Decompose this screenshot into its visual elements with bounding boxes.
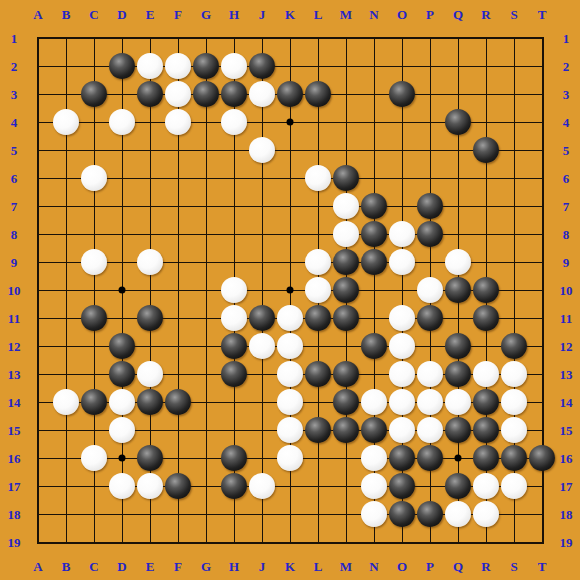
row-label-right-2: 2 xyxy=(563,60,570,73)
black-stone[interactable] xyxy=(221,361,247,387)
white-stone[interactable] xyxy=(137,249,163,275)
black-stone[interactable] xyxy=(277,81,303,107)
column-label-bottom-J: J xyxy=(259,560,266,573)
column-label-top-H: H xyxy=(229,8,239,21)
column-label-bottom-A: A xyxy=(33,560,42,573)
row-label-right-11: 11 xyxy=(560,312,572,325)
black-stone[interactable] xyxy=(473,137,499,163)
column-label-bottom-N: N xyxy=(369,560,378,573)
black-stone[interactable] xyxy=(249,305,275,331)
column-label-bottom-S: S xyxy=(510,560,517,573)
white-stone[interactable] xyxy=(501,361,527,387)
black-stone[interactable] xyxy=(305,81,331,107)
column-label-bottom-D: D xyxy=(117,560,126,573)
black-stone[interactable] xyxy=(361,417,387,443)
white-stone[interactable] xyxy=(277,333,303,359)
row-label-right-19: 19 xyxy=(560,536,573,549)
column-label-bottom-P: P xyxy=(426,560,434,573)
column-label-bottom-B: B xyxy=(62,560,71,573)
star-point xyxy=(119,287,126,294)
black-stone[interactable] xyxy=(473,277,499,303)
row-label-left-5: 5 xyxy=(11,144,18,157)
white-stone[interactable] xyxy=(277,417,303,443)
white-stone[interactable] xyxy=(361,445,387,471)
white-stone[interactable] xyxy=(81,165,107,191)
column-label-bottom-M: M xyxy=(340,560,352,573)
black-stone[interactable] xyxy=(193,81,219,107)
row-label-left-7: 7 xyxy=(11,200,18,213)
row-label-left-18: 18 xyxy=(8,508,21,521)
row-label-right-7: 7 xyxy=(563,200,570,213)
white-stone[interactable] xyxy=(473,501,499,527)
column-label-top-T: T xyxy=(538,8,547,21)
star-point xyxy=(119,455,126,462)
white-stone[interactable] xyxy=(473,473,499,499)
white-stone[interactable] xyxy=(109,417,135,443)
black-stone[interactable] xyxy=(137,445,163,471)
row-label-right-12: 12 xyxy=(560,340,573,353)
black-stone[interactable] xyxy=(137,81,163,107)
row-label-left-17: 17 xyxy=(8,480,21,493)
row-label-left-10: 10 xyxy=(8,284,21,297)
row-label-right-14: 14 xyxy=(560,396,573,409)
row-label-right-5: 5 xyxy=(563,144,570,157)
white-stone[interactable] xyxy=(137,473,163,499)
row-label-right-4: 4 xyxy=(563,116,570,129)
white-stone[interactable] xyxy=(305,165,331,191)
row-label-left-6: 6 xyxy=(11,172,18,185)
column-label-top-L: L xyxy=(314,8,323,21)
black-stone[interactable] xyxy=(333,249,359,275)
black-stone[interactable] xyxy=(389,473,415,499)
white-stone[interactable] xyxy=(389,361,415,387)
black-stone[interactable] xyxy=(333,277,359,303)
column-label-top-G: G xyxy=(201,8,211,21)
row-label-right-1: 1 xyxy=(563,32,570,45)
column-label-top-B: B xyxy=(62,8,71,21)
white-stone[interactable] xyxy=(361,473,387,499)
row-label-right-9: 9 xyxy=(563,256,570,269)
black-stone[interactable] xyxy=(417,445,443,471)
white-stone[interactable] xyxy=(249,81,275,107)
black-stone[interactable] xyxy=(333,165,359,191)
white-stone[interactable] xyxy=(53,389,79,415)
column-label-top-D: D xyxy=(117,8,126,21)
column-label-top-K: K xyxy=(285,8,295,21)
row-label-right-18: 18 xyxy=(560,508,573,521)
star-point xyxy=(455,455,462,462)
row-label-left-3: 3 xyxy=(11,88,18,101)
white-stone[interactable] xyxy=(389,417,415,443)
white-stone[interactable] xyxy=(165,109,191,135)
black-stone[interactable] xyxy=(109,333,135,359)
column-label-bottom-F: F xyxy=(174,560,182,573)
column-label-bottom-O: O xyxy=(397,560,407,573)
column-label-top-C: C xyxy=(89,8,98,21)
white-stone[interactable] xyxy=(305,249,331,275)
white-stone[interactable] xyxy=(249,137,275,163)
white-stone[interactable] xyxy=(165,53,191,79)
column-label-bottom-E: E xyxy=(146,560,155,573)
white-stone[interactable] xyxy=(389,389,415,415)
white-stone[interactable] xyxy=(501,473,527,499)
white-stone[interactable] xyxy=(361,501,387,527)
black-stone[interactable] xyxy=(473,417,499,443)
black-stone[interactable] xyxy=(445,473,471,499)
white-stone[interactable] xyxy=(249,333,275,359)
black-stone[interactable] xyxy=(501,445,527,471)
white-stone[interactable] xyxy=(137,53,163,79)
white-stone[interactable] xyxy=(81,445,107,471)
white-stone[interactable] xyxy=(221,53,247,79)
black-stone[interactable] xyxy=(417,221,443,247)
black-stone[interactable] xyxy=(221,473,247,499)
black-stone[interactable] xyxy=(529,445,555,471)
black-stone[interactable] xyxy=(221,81,247,107)
black-stone[interactable] xyxy=(389,81,415,107)
row-label-left-4: 4 xyxy=(11,116,18,129)
white-stone[interactable] xyxy=(333,221,359,247)
black-stone[interactable] xyxy=(445,109,471,135)
black-stone[interactable] xyxy=(473,305,499,331)
column-label-top-R: R xyxy=(481,8,490,21)
black-stone[interactable] xyxy=(445,417,471,443)
white-stone[interactable] xyxy=(445,389,471,415)
row-label-left-1: 1 xyxy=(11,32,18,45)
column-label-top-J: J xyxy=(259,8,266,21)
white-stone[interactable] xyxy=(221,277,247,303)
black-stone[interactable] xyxy=(361,333,387,359)
column-label-bottom-C: C xyxy=(89,560,98,573)
black-stone[interactable] xyxy=(445,361,471,387)
black-stone[interactable] xyxy=(417,305,443,331)
white-stone[interactable] xyxy=(137,361,163,387)
white-stone[interactable] xyxy=(109,109,135,135)
white-stone[interactable] xyxy=(417,361,443,387)
black-stone[interactable] xyxy=(109,361,135,387)
row-label-right-10: 10 xyxy=(560,284,573,297)
white-stone[interactable] xyxy=(165,81,191,107)
column-label-bottom-Q: Q xyxy=(453,560,463,573)
white-stone[interactable] xyxy=(389,305,415,331)
white-stone[interactable] xyxy=(389,333,415,359)
black-stone[interactable] xyxy=(165,473,191,499)
black-stone[interactable] xyxy=(81,389,107,415)
row-label-left-16: 16 xyxy=(8,452,21,465)
black-stone[interactable] xyxy=(249,53,275,79)
white-stone[interactable] xyxy=(277,305,303,331)
white-stone[interactable] xyxy=(417,417,443,443)
row-label-right-16: 16 xyxy=(560,452,573,465)
black-stone[interactable] xyxy=(417,501,443,527)
row-label-right-15: 15 xyxy=(560,424,573,437)
row-label-left-13: 13 xyxy=(8,368,21,381)
white-stone[interactable] xyxy=(389,249,415,275)
black-stone[interactable] xyxy=(445,277,471,303)
white-stone[interactable] xyxy=(249,473,275,499)
black-stone[interactable] xyxy=(473,389,499,415)
white-stone[interactable] xyxy=(417,277,443,303)
column-label-top-A: A xyxy=(33,8,42,21)
column-label-bottom-K: K xyxy=(285,560,295,573)
white-stone[interactable] xyxy=(501,389,527,415)
white-stone[interactable] xyxy=(221,305,247,331)
column-label-top-M: M xyxy=(340,8,352,21)
row-label-left-9: 9 xyxy=(11,256,18,269)
row-label-left-2: 2 xyxy=(11,60,18,73)
white-stone[interactable] xyxy=(361,389,387,415)
column-label-bottom-T: T xyxy=(538,560,547,573)
white-stone[interactable] xyxy=(389,221,415,247)
column-label-top-N: N xyxy=(369,8,378,21)
column-label-top-E: E xyxy=(146,8,155,21)
black-stone[interactable] xyxy=(333,305,359,331)
row-label-left-14: 14 xyxy=(8,396,21,409)
column-label-bottom-L: L xyxy=(314,560,323,573)
white-stone[interactable] xyxy=(333,193,359,219)
black-stone[interactable] xyxy=(221,333,247,359)
row-label-right-6: 6 xyxy=(563,172,570,185)
black-stone[interactable] xyxy=(417,193,443,219)
star-point xyxy=(287,119,294,126)
row-label-right-8: 8 xyxy=(563,228,570,241)
column-label-top-Q: Q xyxy=(453,8,463,21)
row-label-right-13: 13 xyxy=(560,368,573,381)
column-label-bottom-H: H xyxy=(229,560,239,573)
row-label-right-3: 3 xyxy=(563,88,570,101)
white-stone[interactable] xyxy=(473,361,499,387)
column-label-bottom-R: R xyxy=(481,560,490,573)
white-stone[interactable] xyxy=(277,445,303,471)
black-stone[interactable] xyxy=(305,417,331,443)
row-label-left-11: 11 xyxy=(8,312,20,325)
white-stone[interactable] xyxy=(53,109,79,135)
white-stone[interactable] xyxy=(445,501,471,527)
white-stone[interactable] xyxy=(109,389,135,415)
black-stone[interactable] xyxy=(333,361,359,387)
black-stone[interactable] xyxy=(221,445,247,471)
black-stone[interactable] xyxy=(361,249,387,275)
black-stone[interactable] xyxy=(305,361,331,387)
white-stone[interactable] xyxy=(81,249,107,275)
black-stone[interactable] xyxy=(109,53,135,79)
black-stone[interactable] xyxy=(305,305,331,331)
black-stone[interactable] xyxy=(137,389,163,415)
black-stone[interactable] xyxy=(389,501,415,527)
black-stone[interactable] xyxy=(81,81,107,107)
black-stone[interactable] xyxy=(389,445,415,471)
column-label-top-O: O xyxy=(397,8,407,21)
black-stone[interactable] xyxy=(501,333,527,359)
column-label-bottom-G: G xyxy=(201,560,211,573)
row-label-left-15: 15 xyxy=(8,424,21,437)
star-point xyxy=(287,287,294,294)
black-stone[interactable] xyxy=(361,193,387,219)
go-board[interactable]: AABBCCDDEEFFGGHHJJKKLLMMNNOOPPQQRRSSTT11… xyxy=(0,0,580,580)
black-stone[interactable] xyxy=(193,53,219,79)
row-label-left-19: 19 xyxy=(8,536,21,549)
white-stone[interactable] xyxy=(417,389,443,415)
black-stone[interactable] xyxy=(137,305,163,331)
black-stone[interactable] xyxy=(473,445,499,471)
black-stone[interactable] xyxy=(333,417,359,443)
black-stone[interactable] xyxy=(81,305,107,331)
column-label-top-P: P xyxy=(426,8,434,21)
white-stone[interactable] xyxy=(501,417,527,443)
black-stone[interactable] xyxy=(333,389,359,415)
row-label-left-12: 12 xyxy=(8,340,21,353)
black-stone[interactable] xyxy=(445,333,471,359)
white-stone[interactable] xyxy=(277,361,303,387)
column-label-top-S: S xyxy=(510,8,517,21)
white-stone[interactable] xyxy=(277,389,303,415)
column-label-top-F: F xyxy=(174,8,182,21)
white-stone[interactable] xyxy=(445,249,471,275)
black-stone[interactable] xyxy=(165,389,191,415)
black-stone[interactable] xyxy=(361,221,387,247)
row-label-right-17: 17 xyxy=(560,480,573,493)
row-label-left-8: 8 xyxy=(11,228,18,241)
white-stone[interactable] xyxy=(305,277,331,303)
white-stone[interactable] xyxy=(221,109,247,135)
white-stone[interactable] xyxy=(109,473,135,499)
